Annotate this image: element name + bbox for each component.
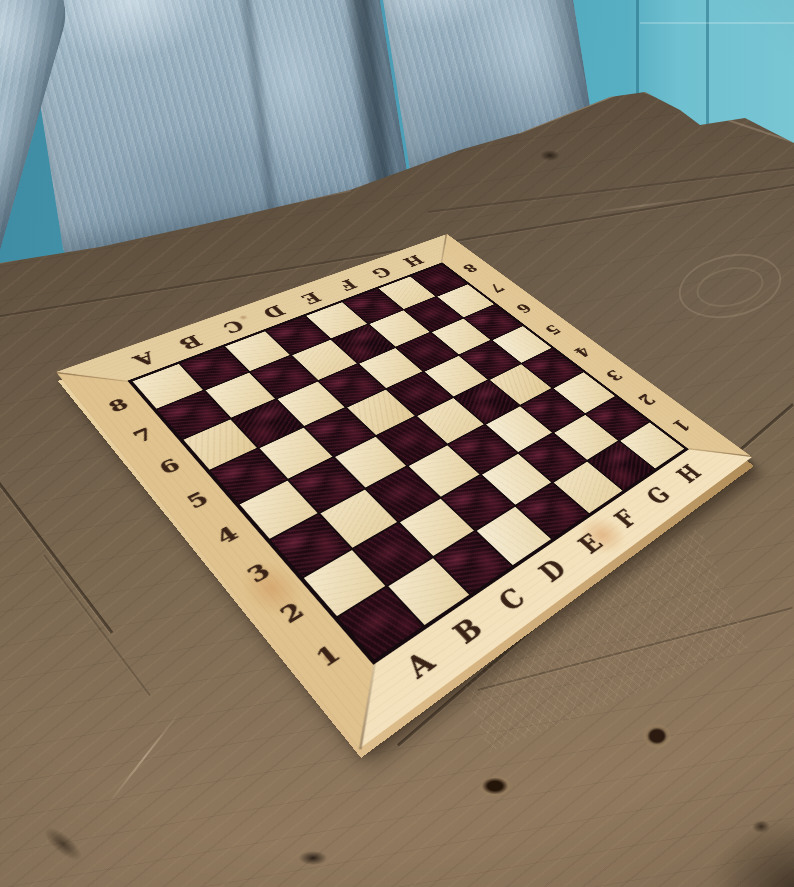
table-plank-seam (43, 554, 151, 696)
wood-knot (478, 775, 512, 797)
wood-knot (299, 851, 327, 865)
photo-scene: ABCDEFGH ABCDEFGH 87654321 87654321 (0, 0, 794, 887)
wall-panel-seam (640, 22, 794, 24)
wood-scratch (106, 710, 181, 806)
wood-knot (540, 150, 560, 161)
table-plank-seam (0, 460, 113, 634)
table-plank-seam (428, 166, 794, 213)
wood-scratch (585, 197, 694, 214)
wood-knot (40, 822, 87, 865)
wood-knot (643, 724, 671, 748)
corner-shadow (700, 810, 794, 887)
